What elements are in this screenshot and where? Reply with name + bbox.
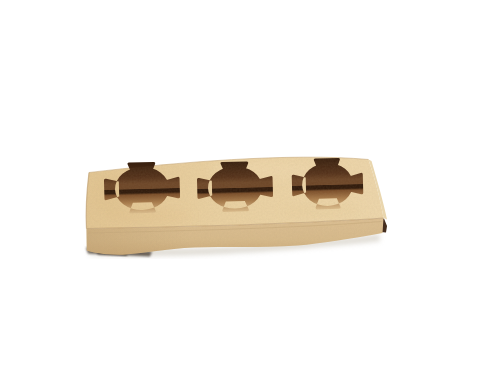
photo-stage: [0, 0, 500, 390]
product-photo: [0, 0, 500, 390]
cup-holder-illustration: [0, 0, 500, 390]
